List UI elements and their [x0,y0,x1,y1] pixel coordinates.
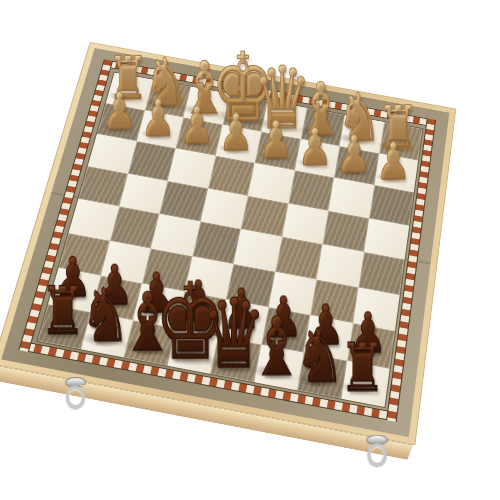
square-g8 [81,312,134,358]
square-c7 [261,307,310,352]
square-f6 [142,248,192,291]
square-f8 [124,320,176,366]
square-d8 [210,336,261,382]
square-h5 [69,199,119,241]
square-g6 [100,240,151,283]
square-e7 [176,291,226,336]
chess-board: ♜♞♝♚♛♝♞♜♟♟♟♟♟♟♟♟♟♟♟♟♟♟♟♟♜♞♝♚♛♝♞♜ [0,42,456,445]
square-c8 [254,344,304,390]
square-h6 [59,233,110,276]
square-b8 [297,352,347,399]
square-c5 [275,237,323,279]
square-g5 [110,206,160,248]
square-d7 [218,299,268,344]
square-e5 [192,221,241,263]
square-a7 [347,323,395,368]
square-e8 [167,328,218,374]
square-b6 [310,279,358,323]
square-a5 [358,252,405,295]
square-a6 [353,287,400,331]
square-d6 [226,264,275,308]
square-h8 [37,304,90,349]
square-c6 [268,271,316,315]
square-h7 [48,268,100,312]
product-photo-canvas: ♜♞♝♚♛♝♞♜♟♟♟♟♟♟♟♟♟♟♟♟♟♟♟♟♜♞♝♚♛♝♞♜ [0,0,500,500]
square-f5 [151,214,200,256]
square-e6 [184,256,234,299]
square-b7 [304,315,353,360]
square-b4 [323,210,369,251]
square-b5 [317,244,364,287]
square-f7 [133,283,184,327]
square-d4 [241,195,288,236]
square-a4 [364,218,410,260]
square-g7 [91,276,143,320]
square-c4 [282,203,329,244]
square-d5 [234,229,282,271]
square-a8 [341,360,390,407]
